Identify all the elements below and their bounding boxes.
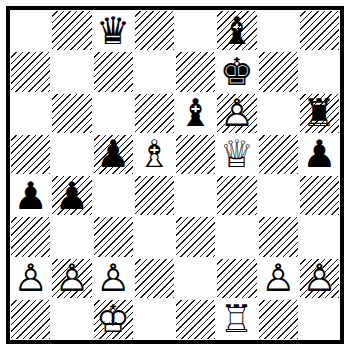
square-f5[interactable]: ♛♕ <box>216 134 257 175</box>
square-b2[interactable]: ♟♙ <box>51 258 92 299</box>
square-c6[interactable] <box>93 93 134 134</box>
square-e6[interactable]: ♝ <box>175 93 216 134</box>
white-pawn-f6: ♟♙ <box>216 93 257 134</box>
square-c1[interactable]: ♚♔ <box>93 299 134 340</box>
white-piece-outline: ♙ <box>258 258 299 299</box>
square-b5[interactable] <box>51 134 92 175</box>
square-b7[interactable] <box>51 51 92 92</box>
square-d1[interactable] <box>134 299 175 340</box>
white-pawn-a2: ♟♙ <box>10 258 51 299</box>
square-f1[interactable]: ♜♖ <box>216 299 257 340</box>
white-king-c1: ♚♔ <box>93 299 134 340</box>
square-a7[interactable] <box>10 51 51 92</box>
white-pawn-c2: ♟♙ <box>93 258 134 299</box>
square-h7[interactable] <box>299 51 340 92</box>
square-f8[interactable]: ♝ <box>216 10 257 51</box>
square-d4[interactable] <box>134 175 175 216</box>
square-b3[interactable] <box>51 216 92 257</box>
square-a1[interactable] <box>10 299 51 340</box>
black-queen-c8: ♛ <box>93 10 134 51</box>
square-g6[interactable] <box>258 93 299 134</box>
black-pawn-c5: ♟ <box>93 134 134 175</box>
black-bishop-e6: ♝ <box>175 93 216 134</box>
square-a5[interactable] <box>10 134 51 175</box>
square-h5[interactable]: ♟ <box>299 134 340 175</box>
square-f4[interactable] <box>216 175 257 216</box>
square-c3[interactable] <box>93 216 134 257</box>
square-e5[interactable] <box>175 134 216 175</box>
square-g4[interactable] <box>258 175 299 216</box>
square-d3[interactable] <box>134 216 175 257</box>
white-piece-outline: ♖ <box>216 299 257 340</box>
white-piece-outline: ♙ <box>216 93 257 134</box>
white-queen-f5: ♛♕ <box>216 134 257 175</box>
square-g7[interactable] <box>258 51 299 92</box>
white-piece-outline: ♔ <box>93 299 134 340</box>
square-e4[interactable] <box>175 175 216 216</box>
white-piece-outline: ♙ <box>10 258 51 299</box>
square-a3[interactable] <box>10 216 51 257</box>
white-piece-outline: ♙ <box>93 258 134 299</box>
square-e7[interactable] <box>175 51 216 92</box>
square-e8[interactable] <box>175 10 216 51</box>
square-g2[interactable]: ♟♙ <box>258 258 299 299</box>
square-c7[interactable] <box>93 51 134 92</box>
square-h6[interactable]: ♜ <box>299 93 340 134</box>
square-h3[interactable] <box>299 216 340 257</box>
square-h1[interactable] <box>299 299 340 340</box>
chess-board: ♛♝♚♝♟♙♜♟♝♗♛♕♟♟♟♟♙♟♙♟♙♟♙♟♙♚♔♜♖ <box>10 10 340 340</box>
black-pawn-h5: ♟ <box>299 134 340 175</box>
square-c5[interactable]: ♟ <box>93 134 134 175</box>
square-d6[interactable] <box>134 93 175 134</box>
white-bishop-d5: ♝♗ <box>134 134 175 175</box>
square-a2[interactable]: ♟♙ <box>10 258 51 299</box>
white-rook-f1: ♜♖ <box>216 299 257 340</box>
square-c4[interactable] <box>93 175 134 216</box>
square-c8[interactable]: ♛ <box>93 10 134 51</box>
square-g8[interactable] <box>258 10 299 51</box>
square-b4[interactable]: ♟ <box>51 175 92 216</box>
square-g3[interactable] <box>258 216 299 257</box>
square-f3[interactable] <box>216 216 257 257</box>
square-e1[interactable] <box>175 299 216 340</box>
square-b6[interactable] <box>51 93 92 134</box>
square-f2[interactable] <box>216 258 257 299</box>
square-d5[interactable]: ♝♗ <box>134 134 175 175</box>
square-d7[interactable] <box>134 51 175 92</box>
white-piece-outline: ♙ <box>299 258 340 299</box>
square-a8[interactable] <box>10 10 51 51</box>
square-d8[interactable] <box>134 10 175 51</box>
chess-board-frame: ♛♝♚♝♟♙♜♟♝♗♛♕♟♟♟♟♙♟♙♟♙♟♙♟♙♚♔♜♖ <box>6 6 344 344</box>
square-e2[interactable] <box>175 258 216 299</box>
square-h8[interactable] <box>299 10 340 51</box>
black-king-f7: ♚ <box>216 51 257 92</box>
white-pawn-b2: ♟♙ <box>51 258 92 299</box>
white-piece-outline: ♙ <box>51 258 92 299</box>
white-piece-outline: ♗ <box>134 134 175 175</box>
square-h4[interactable] <box>299 175 340 216</box>
white-pawn-g2: ♟♙ <box>258 258 299 299</box>
square-f6[interactable]: ♟♙ <box>216 93 257 134</box>
square-b1[interactable] <box>51 299 92 340</box>
black-pawn-b4: ♟ <box>51 175 92 216</box>
black-rook-h6: ♜ <box>299 93 340 134</box>
square-a6[interactable] <box>10 93 51 134</box>
square-e3[interactable] <box>175 216 216 257</box>
square-g5[interactable] <box>258 134 299 175</box>
square-d2[interactable] <box>134 258 175 299</box>
black-pawn-a4: ♟ <box>10 175 51 216</box>
square-a4[interactable]: ♟ <box>10 175 51 216</box>
white-piece-outline: ♕ <box>216 134 257 175</box>
white-pawn-h2: ♟♙ <box>299 258 340 299</box>
square-c2[interactable]: ♟♙ <box>93 258 134 299</box>
black-bishop-f8: ♝ <box>216 10 257 51</box>
square-f7[interactable]: ♚ <box>216 51 257 92</box>
square-h2[interactable]: ♟♙ <box>299 258 340 299</box>
square-g1[interactable] <box>258 299 299 340</box>
square-b8[interactable] <box>51 10 92 51</box>
